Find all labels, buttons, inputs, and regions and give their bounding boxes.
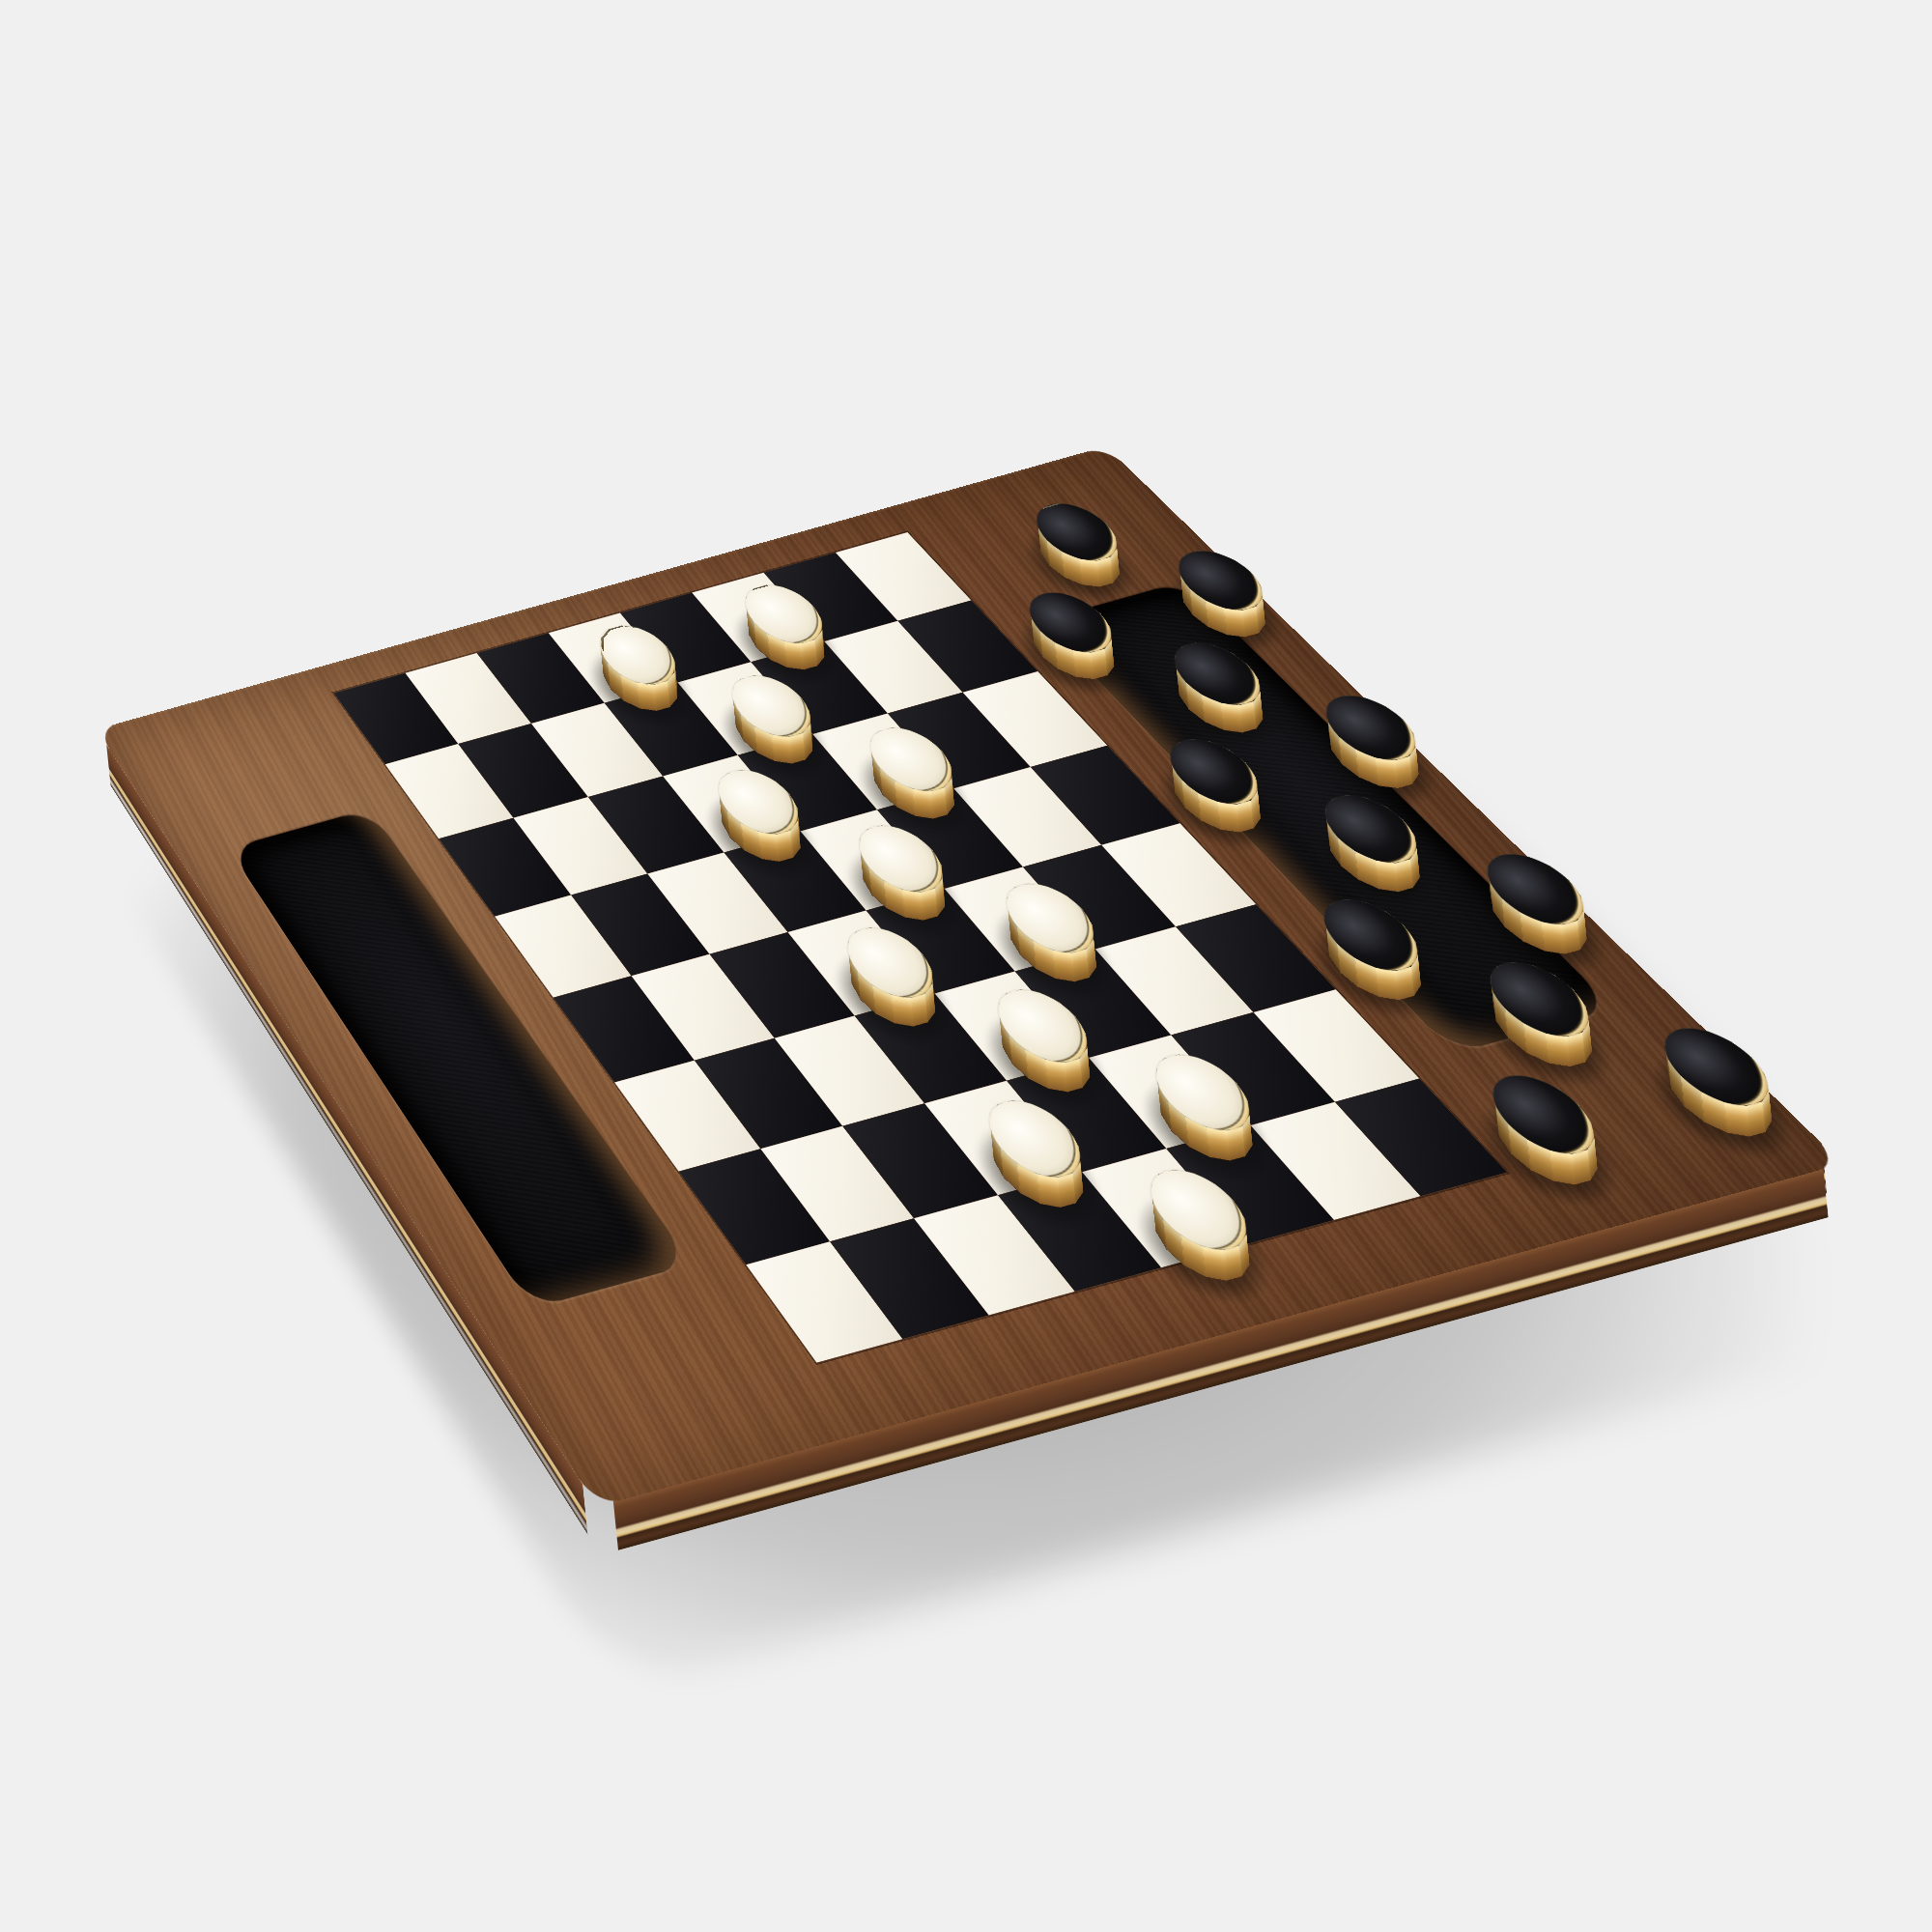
checkers-board [97,446,1843,1507]
scene [0,0,1932,1932]
